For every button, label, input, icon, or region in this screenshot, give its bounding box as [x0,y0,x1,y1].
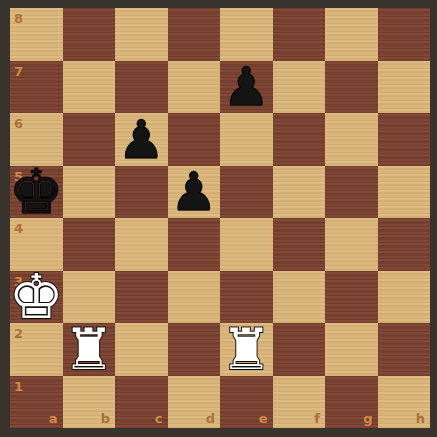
file-label-f: f [314,412,320,425]
file-label-a: a [49,412,58,425]
square-h5[interactable] [378,166,431,219]
square-d1[interactable]: d [168,376,221,429]
square-b5[interactable] [63,166,116,219]
square-b8[interactable] [63,8,116,61]
square-h3[interactable] [378,271,431,324]
square-e8[interactable] [220,8,273,61]
square-d7[interactable] [168,61,221,114]
square-a5[interactable]: 5♚ [10,166,63,219]
square-f4[interactable] [273,218,326,271]
square-b4[interactable] [63,218,116,271]
file-label-b: b [101,412,110,425]
piece-black-pawn-c6[interactable]: ♟ [117,113,165,166]
square-f8[interactable] [273,8,326,61]
square-g5[interactable] [325,166,378,219]
square-f5[interactable] [273,166,326,219]
square-c2[interactable] [115,323,168,376]
square-f2[interactable] [273,323,326,376]
piece-black-pawn-d5[interactable]: ♟ [170,165,218,218]
rank-label-1: 1 [14,380,23,393]
file-label-c: c [155,412,163,425]
square-c5[interactable] [115,166,168,219]
square-c7[interactable] [115,61,168,114]
square-d6[interactable] [168,113,221,166]
square-e4[interactable] [220,218,273,271]
square-a8[interactable]: 8 [10,8,63,61]
square-e5[interactable] [220,166,273,219]
square-h6[interactable] [378,113,431,166]
piece-white-rook-b2[interactable]: ♜ [63,321,114,378]
square-d8[interactable] [168,8,221,61]
square-d3[interactable] [168,271,221,324]
square-g8[interactable] [325,8,378,61]
square-h7[interactable] [378,61,431,114]
square-a3[interactable]: 3♚ [10,271,63,324]
square-c6[interactable]: ♟ [115,113,168,166]
square-a1[interactable]: 1a [10,376,63,429]
square-h8[interactable] [378,8,431,61]
square-b6[interactable] [63,113,116,166]
square-e2[interactable]: ♜ [220,323,273,376]
file-label-h: h [416,412,425,425]
file-label-g: g [363,412,372,425]
square-b2[interactable]: ♜ [63,323,116,376]
square-c1[interactable]: c [115,376,168,429]
square-c8[interactable] [115,8,168,61]
board-frame: 87♟6♟5♚♟43♚2♜♜1abcdefgh [0,0,437,437]
square-d4[interactable] [168,218,221,271]
piece-white-king-a3[interactable]: ♚ [8,266,64,328]
piece-white-rook-e2[interactable]: ♜ [221,321,272,378]
square-d5[interactable]: ♟ [168,166,221,219]
rank-label-6: 6 [14,117,23,130]
square-g4[interactable] [325,218,378,271]
square-g2[interactable] [325,323,378,376]
square-b1[interactable]: b [63,376,116,429]
square-c3[interactable] [115,271,168,324]
square-g6[interactable] [325,113,378,166]
square-g1[interactable]: g [325,376,378,429]
square-f3[interactable] [273,271,326,324]
piece-black-king-a5[interactable]: ♚ [8,161,64,223]
square-f1[interactable]: f [273,376,326,429]
square-f7[interactable] [273,61,326,114]
square-g7[interactable] [325,61,378,114]
square-e6[interactable] [220,113,273,166]
rank-label-7: 7 [14,65,23,78]
square-c4[interactable] [115,218,168,271]
piece-black-pawn-e7[interactable]: ♟ [222,60,270,113]
chess-board: 87♟6♟5♚♟43♚2♜♜1abcdefgh [10,8,430,428]
square-a7[interactable]: 7 [10,61,63,114]
square-h2[interactable] [378,323,431,376]
square-f6[interactable] [273,113,326,166]
square-h4[interactable] [378,218,431,271]
file-label-d: d [206,412,215,425]
square-e1[interactable]: e [220,376,273,429]
file-label-e: e [259,412,268,425]
square-h1[interactable]: h [378,376,431,429]
square-e7[interactable]: ♟ [220,61,273,114]
square-g3[interactable] [325,271,378,324]
square-b7[interactable] [63,61,116,114]
rank-label-8: 8 [14,12,23,25]
square-d2[interactable] [168,323,221,376]
